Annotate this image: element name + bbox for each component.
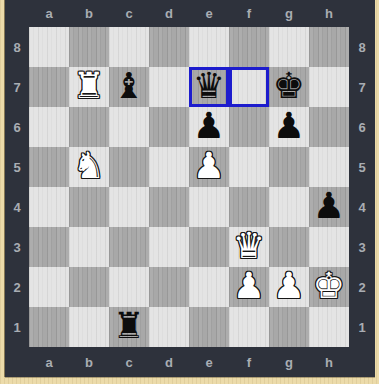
square-b6[interactable]: [69, 107, 109, 147]
file-label-d: d: [149, 0, 189, 27]
chess-board: ♜♝♛♚♟♟♞♟♟♛♟♟♚♜: [29, 27, 349, 347]
square-f4[interactable]: [229, 187, 269, 227]
piece-black-pawn[interactable]: ♟: [193, 108, 225, 144]
square-f7[interactable]: [229, 67, 269, 107]
rank-labels-right: 87654321: [349, 27, 375, 347]
board-frame: abcdefgh abcdefgh 87654321 87654321 ♜♝♛♚…: [5, 0, 375, 377]
square-e7[interactable]: ♛: [189, 67, 229, 107]
square-c2[interactable]: [109, 267, 149, 307]
square-c7[interactable]: ♝: [109, 67, 149, 107]
square-a3[interactable]: [29, 227, 69, 267]
piece-white-queen[interactable]: ♛: [233, 228, 265, 264]
file-label-f: f: [229, 0, 269, 27]
square-g3[interactable]: [269, 227, 309, 267]
square-h4[interactable]: ♟: [309, 187, 349, 227]
file-label-a: a: [29, 0, 69, 27]
square-b8[interactable]: [69, 27, 109, 67]
file-label-c: c: [109, 0, 149, 27]
square-h6[interactable]: [309, 107, 349, 147]
file-label-c: c: [109, 347, 149, 377]
square-f6[interactable]: [229, 107, 269, 147]
rank-label-2: 2: [5, 267, 29, 307]
rank-label-4: 4: [349, 187, 375, 227]
square-g5[interactable]: [269, 147, 309, 187]
square-e1[interactable]: [189, 307, 229, 347]
square-g1[interactable]: [269, 307, 309, 347]
square-d6[interactable]: [149, 107, 189, 147]
square-e6[interactable]: ♟: [189, 107, 229, 147]
square-g2[interactable]: ♟: [269, 267, 309, 307]
square-e3[interactable]: [189, 227, 229, 267]
piece-white-knight[interactable]: ♞: [73, 148, 105, 184]
rank-label-3: 3: [349, 227, 375, 267]
file-label-g: g: [269, 0, 309, 27]
square-b3[interactable]: [69, 227, 109, 267]
rank-label-6: 6: [5, 107, 29, 147]
square-c6[interactable]: [109, 107, 149, 147]
rank-label-1: 1: [5, 307, 29, 347]
rank-label-8: 8: [349, 27, 375, 67]
piece-black-pawn[interactable]: ♟: [313, 188, 345, 224]
square-b4[interactable]: [69, 187, 109, 227]
square-a1[interactable]: [29, 307, 69, 347]
rank-label-1: 1: [349, 307, 375, 347]
file-labels-bottom: abcdefgh: [29, 347, 349, 377]
square-f3[interactable]: ♛: [229, 227, 269, 267]
square-e2[interactable]: [189, 267, 229, 307]
file-label-h: h: [309, 347, 349, 377]
square-a2[interactable]: [29, 267, 69, 307]
piece-white-pawn[interactable]: ♟: [193, 148, 225, 184]
square-c4[interactable]: [109, 187, 149, 227]
square-h1[interactable]: [309, 307, 349, 347]
square-h2[interactable]: ♚: [309, 267, 349, 307]
square-d2[interactable]: [149, 267, 189, 307]
square-f8[interactable]: [229, 27, 269, 67]
square-a7[interactable]: [29, 67, 69, 107]
square-a5[interactable]: [29, 147, 69, 187]
file-label-h: h: [309, 0, 349, 27]
file-labels-top: abcdefgh: [29, 0, 349, 27]
file-label-e: e: [189, 347, 229, 377]
square-d3[interactable]: [149, 227, 189, 267]
square-d4[interactable]: [149, 187, 189, 227]
piece-black-bishop[interactable]: ♝: [113, 68, 145, 104]
square-b2[interactable]: [69, 267, 109, 307]
square-e5[interactable]: ♟: [189, 147, 229, 187]
square-f2[interactable]: ♟: [229, 267, 269, 307]
rank-label-7: 7: [349, 67, 375, 107]
rank-label-4: 4: [5, 187, 29, 227]
square-d5[interactable]: [149, 147, 189, 187]
square-c3[interactable]: [109, 227, 149, 267]
square-d1[interactable]: [149, 307, 189, 347]
square-a4[interactable]: [29, 187, 69, 227]
rank-label-5: 5: [349, 147, 375, 187]
square-a8[interactable]: [29, 27, 69, 67]
square-f1[interactable]: [229, 307, 269, 347]
rank-label-2: 2: [349, 267, 375, 307]
square-h7[interactable]: [309, 67, 349, 107]
square-c1[interactable]: ♜: [109, 307, 149, 347]
square-e8[interactable]: [189, 27, 229, 67]
square-h5[interactable]: [309, 147, 349, 187]
square-d7[interactable]: [149, 67, 189, 107]
file-label-d: d: [149, 347, 189, 377]
square-b5[interactable]: ♞: [69, 147, 109, 187]
square-b7[interactable]: ♜: [69, 67, 109, 107]
square-h3[interactable]: [309, 227, 349, 267]
piece-white-king[interactable]: ♚: [313, 268, 345, 304]
file-label-b: b: [69, 347, 109, 377]
piece-white-rook[interactable]: ♜: [73, 68, 105, 104]
rank-label-8: 8: [5, 27, 29, 67]
square-f5[interactable]: [229, 147, 269, 187]
rank-label-3: 3: [5, 227, 29, 267]
rank-labels-left: 87654321: [5, 27, 29, 347]
square-c5[interactable]: [109, 147, 149, 187]
file-label-f: f: [229, 347, 269, 377]
file-label-b: b: [69, 0, 109, 27]
square-a6[interactable]: [29, 107, 69, 147]
square-g7[interactable]: ♚: [269, 67, 309, 107]
piece-black-queen[interactable]: ♛: [193, 68, 225, 104]
rank-label-7: 7: [5, 67, 29, 107]
square-g8[interactable]: [269, 27, 309, 67]
square-d8[interactable]: [149, 27, 189, 67]
piece-black-pawn[interactable]: ♟: [273, 108, 305, 144]
square-g6[interactable]: ♟: [269, 107, 309, 147]
piece-black-king[interactable]: ♚: [273, 68, 305, 104]
rank-label-6: 6: [349, 107, 375, 147]
piece-white-pawn[interactable]: ♟: [233, 268, 265, 304]
rank-label-5: 5: [5, 147, 29, 187]
square-b1[interactable]: [69, 307, 109, 347]
piece-white-pawn[interactable]: ♟: [273, 268, 305, 304]
square-g4[interactable]: [269, 187, 309, 227]
square-e4[interactable]: [189, 187, 229, 227]
file-label-g: g: [269, 347, 309, 377]
file-label-a: a: [29, 347, 69, 377]
square-h8[interactable]: [309, 27, 349, 67]
piece-black-rook[interactable]: ♜: [113, 308, 145, 344]
file-label-e: e: [189, 0, 229, 27]
square-c8[interactable]: [109, 27, 149, 67]
